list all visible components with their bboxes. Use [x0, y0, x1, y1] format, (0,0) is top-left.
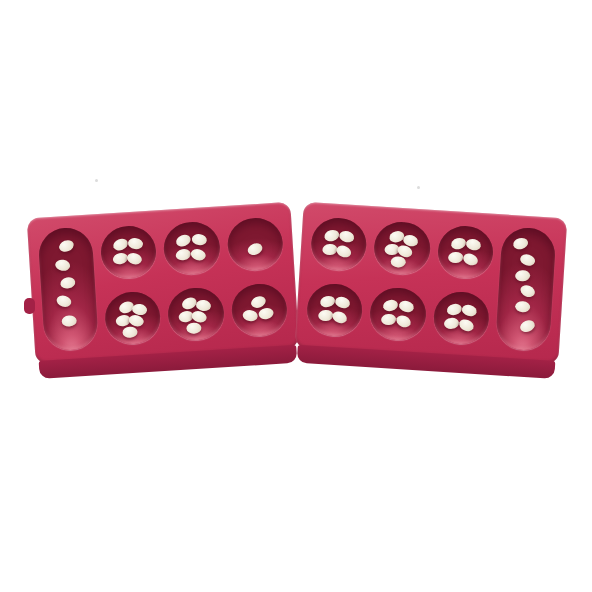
- seed: [175, 232, 193, 248]
- seed: [175, 248, 192, 262]
- seed: [390, 255, 406, 267]
- pit-t3[interactable]: [226, 216, 284, 271]
- pit-t2[interactable]: [163, 220, 221, 275]
- seed: [519, 283, 537, 299]
- seed: [318, 310, 334, 322]
- pit-t1[interactable]: [99, 224, 157, 279]
- seed: [258, 307, 275, 321]
- seed: [186, 322, 202, 334]
- seed: [381, 314, 397, 326]
- board-left-half: [27, 202, 300, 364]
- pit-t6[interactable]: [436, 224, 494, 279]
- seed: [61, 315, 77, 327]
- seed: [132, 303, 148, 316]
- seed: [512, 236, 529, 250]
- pit-t4[interactable]: [310, 216, 368, 271]
- seed: [319, 294, 336, 308]
- pit-b5[interactable]: [369, 286, 427, 341]
- seed: [58, 238, 76, 254]
- mancala-board: [31, 210, 563, 356]
- seed: [189, 248, 206, 263]
- seed: [54, 258, 70, 271]
- pit-b6[interactable]: [432, 290, 490, 345]
- seed: [398, 299, 415, 314]
- dust-speck: [95, 179, 98, 182]
- pit-b4[interactable]: [306, 282, 364, 337]
- seed: [382, 298, 399, 312]
- seed: [191, 233, 207, 246]
- seed: [335, 244, 353, 260]
- seed: [111, 236, 129, 252]
- seed: [461, 303, 478, 318]
- seed: [461, 252, 479, 268]
- seed: [445, 302, 462, 316]
- seed: [123, 326, 139, 338]
- seed: [128, 237, 144, 250]
- pit-b1[interactable]: [104, 290, 162, 345]
- seed: [338, 229, 355, 244]
- seed: [331, 310, 349, 326]
- seed: [449, 236, 466, 250]
- seed: [323, 228, 340, 242]
- west-store: [37, 226, 99, 351]
- seed: [465, 237, 482, 252]
- seed: [126, 252, 143, 267]
- hinge-tab: [24, 298, 35, 314]
- east-store: [495, 226, 557, 351]
- board-right-half: [295, 202, 568, 364]
- seed: [55, 294, 72, 309]
- seed: [246, 241, 264, 257]
- seed: [322, 244, 338, 256]
- seed: [334, 295, 351, 310]
- seed: [444, 318, 460, 330]
- seed: [457, 318, 475, 334]
- seed: [515, 301, 531, 313]
- seed: [519, 252, 536, 267]
- seed: [514, 269, 530, 281]
- pit-b3[interactable]: [230, 282, 288, 337]
- seed: [519, 318, 537, 334]
- seed: [195, 299, 211, 312]
- pit-t5[interactable]: [373, 220, 431, 275]
- dust-speck: [417, 186, 420, 189]
- seed: [394, 314, 412, 330]
- seed: [59, 276, 76, 290]
- seed: [448, 252, 464, 264]
- pit-b2[interactable]: [167, 286, 225, 341]
- seed: [242, 309, 258, 322]
